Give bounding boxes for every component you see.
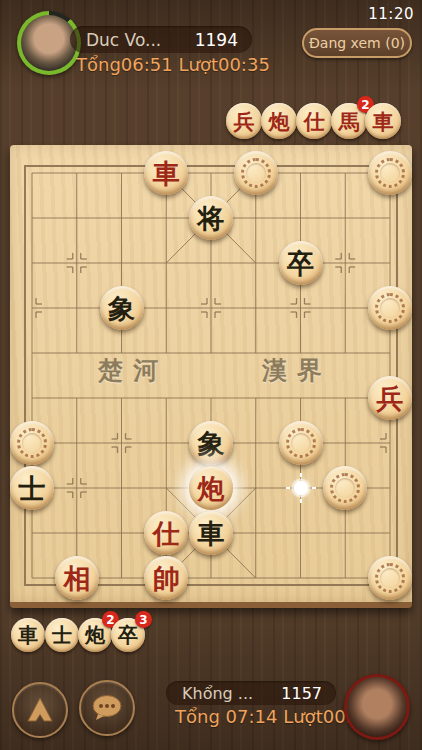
top-total-time: 06:51 xyxy=(121,54,173,75)
top-player-name: Duc Vo... xyxy=(86,30,161,50)
board-piece[interactable]: 象 xyxy=(100,286,144,330)
bottom-turn-label: Lượt xyxy=(283,706,323,727)
board-piece[interactable]: 兵 xyxy=(368,376,412,420)
expand-up-button[interactable] xyxy=(12,682,68,738)
xiangqi-app-screen: { "game": "xiangqi (Cờ Úp — covered xian… xyxy=(0,0,422,750)
top-player-name-pill: Duc Vo... 1194 xyxy=(70,26,252,53)
bottom-player-rating: 1157 xyxy=(281,684,322,703)
board-piece-facedown[interactable] xyxy=(368,286,412,330)
board-piece[interactable]: 帥 xyxy=(144,556,188,600)
board-piece-facedown[interactable] xyxy=(234,151,278,195)
top-turn-time: 00:35 xyxy=(218,54,270,75)
last-move-marker xyxy=(286,473,316,503)
watching-button[interactable]: Đang xem (0) xyxy=(302,28,412,58)
board-piece[interactable]: 仕 xyxy=(144,511,188,555)
board-piece[interactable]: 象 xyxy=(189,421,233,465)
board-piece[interactable]: 卒 xyxy=(279,241,323,285)
status-clock: 11:20 xyxy=(368,5,414,23)
xiangqi-board[interactable]: 楚河 漢界 車将卒象兵象士炮仕車相帥 xyxy=(10,145,412,608)
captured-piece: 車 xyxy=(365,103,401,139)
chat-bubble-icon xyxy=(90,693,124,723)
captured-piece: 卒3 xyxy=(111,618,145,652)
bottom-total-time: 07:14 xyxy=(226,706,278,727)
board-piece[interactable]: 士 xyxy=(10,466,54,510)
top-player-portrait xyxy=(21,15,77,71)
captured-piece: 馬2 xyxy=(331,103,367,139)
river-label-left: 楚河 xyxy=(98,354,168,387)
board-piece[interactable]: 車 xyxy=(144,151,188,195)
captured-piece: 士 xyxy=(45,618,79,652)
top-turn-label: Lượt xyxy=(178,54,218,75)
top-player-timers: Tổng06:51 Lượt00:35 xyxy=(76,54,270,75)
board-piece[interactable]: 相 xyxy=(55,556,99,600)
top-total-label: Tổng xyxy=(76,54,121,75)
bottom-player-portrait xyxy=(347,677,407,737)
bottom-player-name: Khổng ... xyxy=(182,684,253,703)
chat-button[interactable] xyxy=(79,680,135,736)
board-piece-facedown[interactable] xyxy=(10,421,54,465)
bottom-player-avatar[interactable] xyxy=(344,674,410,740)
bottom-total-label: Tổng xyxy=(175,706,220,727)
board-piece-facedown[interactable] xyxy=(368,556,412,600)
captured-count-badge: 3 xyxy=(135,611,152,628)
captured-piece: 炮2 xyxy=(78,618,112,652)
captured-piece: 炮 xyxy=(261,103,297,139)
bottom-player-name-pill: Khổng ... 1157 xyxy=(166,681,336,705)
up-arrow-icon xyxy=(25,696,55,724)
captured-piece: 兵 xyxy=(226,103,262,139)
board-piece[interactable]: 将 xyxy=(189,196,233,240)
board-piece-facedown[interactable] xyxy=(279,421,323,465)
marker-dot xyxy=(294,481,308,495)
board-piece-facedown[interactable] xyxy=(323,466,367,510)
captured-piece: 仕 xyxy=(296,103,332,139)
top-player-rating: 1194 xyxy=(195,30,238,50)
captured-piece: 車 xyxy=(11,618,45,652)
board-piece-facedown[interactable] xyxy=(368,151,412,195)
board-piece[interactable]: 車 xyxy=(189,511,233,555)
board-piece[interactable]: 炮 xyxy=(189,466,233,510)
river-label-right: 漢界 xyxy=(262,354,332,387)
